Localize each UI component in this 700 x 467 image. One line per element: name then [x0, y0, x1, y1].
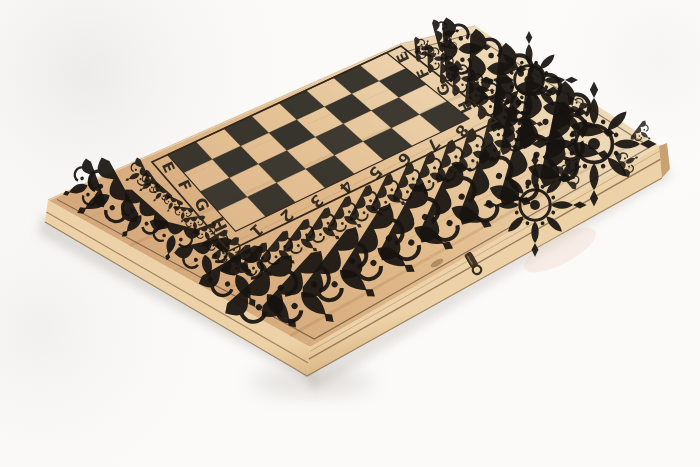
photo-canvas: EFGHEFGH12345678	[0, 0, 700, 467]
scene: Closed wooden folding chess / checkers /…	[0, 0, 700, 467]
